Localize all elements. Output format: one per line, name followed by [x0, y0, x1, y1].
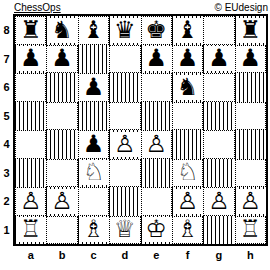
black-pawn-piece[interactable]: ♟︎: [17, 46, 44, 71]
rank-label-8: 8: [0, 16, 13, 45]
square-d3[interactable]: [109, 159, 140, 188]
square-e4[interactable]: ♙︎: [141, 130, 172, 159]
square-b7[interactable]: ♟︎: [46, 45, 77, 74]
square-e1[interactable]: ♔︎: [141, 216, 172, 245]
rank-label-5: 5: [0, 102, 13, 131]
black-pawn-piece[interactable]: ♟︎: [143, 46, 170, 71]
square-e6[interactable]: [141, 73, 172, 102]
square-e3[interactable]: [141, 159, 172, 188]
square-h3[interactable]: [235, 159, 266, 188]
black-pawn-piece[interactable]: ♟︎: [80, 75, 107, 100]
credit-text: © EUdesign: [214, 2, 268, 13]
square-c3[interactable]: ♘︎: [78, 159, 109, 188]
rank-label-1: 1: [0, 216, 13, 245]
file-label-g: g: [203, 247, 234, 262]
square-c1[interactable]: ♗︎: [78, 216, 109, 245]
white-knight-piece[interactable]: ♘︎: [80, 160, 107, 185]
square-d2[interactable]: [109, 187, 140, 216]
black-pawn-piece[interactable]: ♟︎: [80, 132, 107, 157]
white-rook-piece[interactable]: ♖︎: [237, 217, 264, 242]
file-label-d: d: [109, 247, 140, 262]
square-g6[interactable]: [203, 73, 234, 102]
file-labels: abcdefgh: [15, 247, 266, 262]
square-f5[interactable]: [172, 102, 203, 131]
white-pawn-piece[interactable]: ♙︎: [49, 189, 76, 214]
white-pawn-piece[interactable]: ♙︎: [143, 132, 170, 157]
black-pawn-piece[interactable]: ♟︎: [205, 46, 232, 71]
file-label-e: e: [141, 247, 172, 262]
square-e7[interactable]: ♟︎: [141, 45, 172, 74]
square-e2[interactable]: [141, 187, 172, 216]
square-f7[interactable]: ♟︎: [172, 45, 203, 74]
square-f3[interactable]: ♘︎: [172, 159, 203, 188]
rank-label-4: 4: [0, 130, 13, 159]
square-h8[interactable]: ♜︎: [235, 16, 266, 45]
black-pawn-piece[interactable]: ♟︎: [237, 46, 264, 71]
square-d6[interactable]: [109, 73, 140, 102]
square-e8[interactable]: ♚︎: [141, 16, 172, 45]
square-d5[interactable]: [109, 102, 140, 131]
white-pawn-piece[interactable]: ♙︎: [111, 132, 138, 157]
file-label-c: c: [78, 247, 109, 262]
chessops-diagram: ChessOps © EUdesign 87654321 ♜︎♞︎♝︎♛︎♚︎♝…: [0, 0, 270, 270]
square-a2[interactable]: ♙︎: [15, 187, 46, 216]
square-h2[interactable]: ♙︎: [235, 187, 266, 216]
white-pawn-piece[interactable]: ♙︎: [17, 189, 44, 214]
square-a6[interactable]: [15, 73, 46, 102]
white-pawn-piece[interactable]: ♙︎: [205, 189, 232, 214]
square-b2[interactable]: ♙︎: [46, 187, 77, 216]
rank-label-2: 2: [0, 187, 13, 216]
square-a3[interactable]: [15, 159, 46, 188]
square-c7[interactable]: [78, 45, 109, 74]
square-d8[interactable]: ♛︎: [109, 16, 140, 45]
square-b4[interactable]: [46, 130, 77, 159]
square-h6[interactable]: [235, 73, 266, 102]
square-a4[interactable]: [15, 130, 46, 159]
square-f4[interactable]: [172, 130, 203, 159]
square-f1[interactable]: ♗︎: [172, 216, 203, 245]
square-g1[interactable]: [203, 216, 234, 245]
square-f8[interactable]: ♝︎: [172, 16, 203, 45]
square-f6[interactable]: ♞︎: [172, 73, 203, 102]
white-knight-piece[interactable]: ♘︎: [174, 160, 201, 185]
white-rook-piece[interactable]: ♖︎: [17, 217, 44, 242]
black-knight-piece[interactable]: ♞︎: [49, 18, 76, 43]
black-bishop-piece[interactable]: ♝︎: [80, 18, 107, 43]
black-pawn-piece[interactable]: ♟︎: [49, 46, 76, 71]
square-b8[interactable]: ♞︎: [46, 16, 77, 45]
square-d7[interactable]: [109, 45, 140, 74]
square-h1[interactable]: ♖︎: [235, 216, 266, 245]
app-title-link[interactable]: ChessOps: [14, 2, 61, 13]
white-queen-piece[interactable]: ♕︎: [111, 217, 138, 242]
square-g4[interactable]: [203, 130, 234, 159]
file-label-b: b: [46, 247, 77, 262]
black-pawn-piece[interactable]: ♟︎: [174, 46, 201, 71]
white-bishop-piece[interactable]: ♗︎: [80, 217, 107, 242]
header: ChessOps © EUdesign: [14, 1, 268, 13]
rank-label-6: 6: [0, 73, 13, 102]
square-d1[interactable]: ♕︎: [109, 216, 140, 245]
rank-label-3: 3: [0, 159, 13, 188]
white-bishop-piece[interactable]: ♗︎: [174, 217, 201, 242]
white-pawn-piece[interactable]: ♙︎: [174, 189, 201, 214]
chess-board: ♜︎♞︎♝︎♛︎♚︎♝︎♜︎♟︎♟︎♟︎♟︎♟︎♟︎♟︎♞︎♟︎♙︎♙︎♘︎♘︎…: [13, 14, 268, 246]
black-bishop-piece[interactable]: ♝︎: [174, 18, 201, 43]
square-h7[interactable]: ♟︎: [235, 45, 266, 74]
square-a7[interactable]: ♟︎: [15, 45, 46, 74]
square-a8[interactable]: ♜︎: [15, 16, 46, 45]
square-a1[interactable]: ♖︎: [15, 216, 46, 245]
black-rook-piece[interactable]: ♜︎: [237, 18, 264, 43]
square-c5[interactable]: [78, 102, 109, 131]
file-label-f: f: [172, 247, 203, 262]
square-b6[interactable]: [46, 73, 77, 102]
square-c2[interactable]: [78, 187, 109, 216]
square-a5[interactable]: [15, 102, 46, 131]
rank-label-7: 7: [0, 45, 13, 74]
file-label-a: a: [15, 247, 46, 262]
square-g7[interactable]: ♟︎: [203, 45, 234, 74]
square-b3[interactable]: [46, 159, 77, 188]
square-b1[interactable]: [46, 216, 77, 245]
square-g5[interactable]: [203, 102, 234, 131]
square-h4[interactable]: [235, 130, 266, 159]
square-g3[interactable]: [203, 159, 234, 188]
black-queen-piece[interactable]: ♛︎: [111, 18, 138, 43]
black-rook-piece[interactable]: ♜︎: [17, 18, 44, 43]
square-c4[interactable]: ♟︎: [78, 130, 109, 159]
square-h5[interactable]: [235, 102, 266, 131]
square-e5[interactable]: [141, 102, 172, 131]
square-b5[interactable]: [46, 102, 77, 131]
square-c8[interactable]: ♝︎: [78, 16, 109, 45]
black-king-piece[interactable]: ♚︎: [143, 18, 170, 43]
square-g2[interactable]: ♙︎: [203, 187, 234, 216]
rank-labels: 87654321: [0, 16, 13, 244]
square-c6[interactable]: ♟︎: [78, 73, 109, 102]
square-f2[interactable]: ♙︎: [172, 187, 203, 216]
white-pawn-piece[interactable]: ♙︎: [237, 189, 264, 214]
square-g8[interactable]: [203, 16, 234, 45]
white-king-piece[interactable]: ♔︎: [143, 217, 170, 242]
square-d4[interactable]: ♙︎: [109, 130, 140, 159]
file-label-h: h: [235, 247, 266, 262]
black-knight-piece[interactable]: ♞︎: [174, 75, 201, 100]
